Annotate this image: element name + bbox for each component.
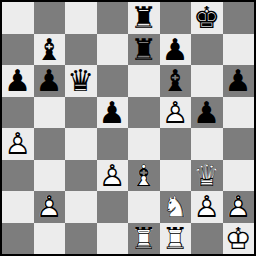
square-d3[interactable]: ♟♙ (97, 160, 129, 192)
white-king[interactable]: ♚♔ (225, 223, 252, 254)
square-h8[interactable] (223, 2, 255, 34)
black-bishop[interactable]: ♝ (36, 34, 63, 65)
square-b2[interactable]: ♟♙ (34, 191, 66, 223)
square-e1[interactable]: ♜♖ (128, 223, 160, 255)
square-d1[interactable] (97, 223, 129, 255)
white-pawn[interactable]: ♟♙ (36, 191, 63, 222)
white-pawn[interactable]: ♟♙ (193, 191, 220, 222)
white-pawn[interactable]: ♟♙ (225, 191, 252, 222)
square-g5[interactable]: ♟ (191, 97, 223, 129)
square-d2[interactable] (97, 191, 129, 223)
square-c1[interactable] (65, 223, 97, 255)
square-c3[interactable] (65, 160, 97, 192)
white-queen-outline: ♕ (193, 160, 220, 191)
square-d8[interactable] (97, 2, 129, 34)
square-h4[interactable] (223, 128, 255, 160)
white-pawn[interactable]: ♟♙ (99, 160, 126, 191)
black-pawn-glyph: ♟ (193, 97, 220, 128)
square-d7[interactable] (97, 34, 129, 66)
white-rook[interactable]: ♜♖ (130, 223, 157, 254)
square-g4[interactable] (191, 128, 223, 160)
square-b7[interactable]: ♝ (34, 34, 66, 66)
black-pawn-glyph: ♟ (99, 97, 126, 128)
white-pawn-outline: ♙ (4, 128, 31, 159)
black-pawn[interactable]: ♟ (36, 65, 63, 96)
black-rook[interactable]: ♜ (130, 2, 157, 33)
square-a1[interactable] (2, 223, 34, 255)
square-f7[interactable]: ♟ (160, 34, 192, 66)
black-pawn-glyph: ♟ (162, 34, 189, 65)
square-c2[interactable] (65, 191, 97, 223)
square-b1[interactable] (34, 223, 66, 255)
square-h3[interactable] (223, 160, 255, 192)
square-f8[interactable] (160, 2, 192, 34)
white-pawn-outline: ♙ (162, 97, 189, 128)
black-pawn-glyph: ♟ (4, 65, 31, 96)
black-pawn[interactable]: ♟ (4, 65, 31, 96)
white-pawn-outline: ♙ (36, 191, 63, 222)
black-pawn[interactable]: ♟ (99, 97, 126, 128)
black-king-glyph: ♚ (193, 2, 220, 33)
square-e8[interactable]: ♜ (128, 2, 160, 34)
white-knight[interactable]: ♞♘ (162, 191, 189, 222)
square-c4[interactable] (65, 128, 97, 160)
black-pawn-glyph: ♟ (36, 65, 63, 96)
black-rook-glyph: ♜ (130, 2, 157, 33)
black-bishop[interactable]: ♝ (162, 65, 189, 96)
chess-board: ♜♚♝♜♟♟♟♛♝♟♟♟♙♟♟♙♟♙♝♗♛♕♟♙♞♘♟♙♟♙♜♖♜♖♚♔ (0, 0, 256, 256)
square-d6[interactable] (97, 65, 129, 97)
white-rook-outline: ♖ (130, 223, 157, 254)
square-h7[interactable] (223, 34, 255, 66)
white-pawn-outline: ♙ (193, 191, 220, 222)
white-king-outline: ♔ (225, 223, 252, 254)
square-e4[interactable] (128, 128, 160, 160)
square-e2[interactable] (128, 191, 160, 223)
square-a7[interactable] (2, 34, 34, 66)
square-h2[interactable]: ♟♙ (223, 191, 255, 223)
square-g1[interactable] (191, 223, 223, 255)
black-pawn[interactable]: ♟ (193, 97, 220, 128)
square-a6[interactable]: ♟ (2, 65, 34, 97)
black-king[interactable]: ♚ (193, 2, 220, 33)
white-knight-outline: ♘ (162, 191, 189, 222)
square-e6[interactable] (128, 65, 160, 97)
black-rook[interactable]: ♜ (130, 34, 157, 65)
black-queen-glyph: ♛ (67, 65, 94, 96)
white-pawn[interactable]: ♟♙ (4, 128, 31, 159)
square-c7[interactable] (65, 34, 97, 66)
square-b8[interactable] (34, 2, 66, 34)
square-b4[interactable] (34, 128, 66, 160)
square-d5[interactable]: ♟ (97, 97, 129, 129)
square-f2[interactable]: ♞♘ (160, 191, 192, 223)
white-rook[interactable]: ♜♖ (162, 223, 189, 254)
black-bishop-glyph: ♝ (36, 34, 63, 65)
square-c6[interactable]: ♛ (65, 65, 97, 97)
square-h1[interactable]: ♚♔ (223, 223, 255, 255)
square-g3[interactable]: ♛♕ (191, 160, 223, 192)
square-a5[interactable] (2, 97, 34, 129)
square-f3[interactable] (160, 160, 192, 192)
white-bishop-outline: ♗ (130, 160, 157, 191)
square-a8[interactable] (2, 2, 34, 34)
square-e5[interactable] (128, 97, 160, 129)
square-e3[interactable]: ♝♗ (128, 160, 160, 192)
square-d4[interactable] (97, 128, 129, 160)
square-c5[interactable] (65, 97, 97, 129)
square-f5[interactable]: ♟♙ (160, 97, 192, 129)
black-pawn-glyph: ♟ (225, 65, 252, 96)
square-b5[interactable] (34, 97, 66, 129)
square-a4[interactable]: ♟♙ (2, 128, 34, 160)
square-b6[interactable]: ♟ (34, 65, 66, 97)
square-a3[interactable] (2, 160, 34, 192)
square-f1[interactable]: ♜♖ (160, 223, 192, 255)
square-g2[interactable]: ♟♙ (191, 191, 223, 223)
black-queen[interactable]: ♛ (67, 65, 94, 96)
square-h5[interactable] (223, 97, 255, 129)
black-pawn[interactable]: ♟ (162, 34, 189, 65)
white-bishop[interactable]: ♝♗ (130, 160, 157, 191)
square-a2[interactable] (2, 191, 34, 223)
square-g6[interactable] (191, 65, 223, 97)
black-bishop-glyph: ♝ (162, 65, 189, 96)
chess-board-window: ♜♚♝♜♟♟♟♛♝♟♟♟♙♟♟♙♟♙♝♗♛♕♟♙♞♘♟♙♟♙♜♖♜♖♚♔ (0, 0, 256, 256)
square-g7[interactable] (191, 34, 223, 66)
square-b3[interactable] (34, 160, 66, 192)
white-rook-outline: ♖ (162, 223, 189, 254)
black-rook-glyph: ♜ (130, 34, 157, 65)
black-pawn[interactable]: ♟ (225, 65, 252, 96)
square-e7[interactable]: ♜ (128, 34, 160, 66)
white-queen[interactable]: ♛♕ (193, 160, 220, 191)
square-h6[interactable]: ♟ (223, 65, 255, 97)
white-pawn-outline: ♙ (99, 160, 126, 191)
square-f6[interactable]: ♝ (160, 65, 192, 97)
white-pawn-outline: ♙ (225, 191, 252, 222)
square-c8[interactable] (65, 2, 97, 34)
white-pawn[interactable]: ♟♙ (162, 97, 189, 128)
square-g8[interactable]: ♚ (191, 2, 223, 34)
square-f4[interactable] (160, 128, 192, 160)
